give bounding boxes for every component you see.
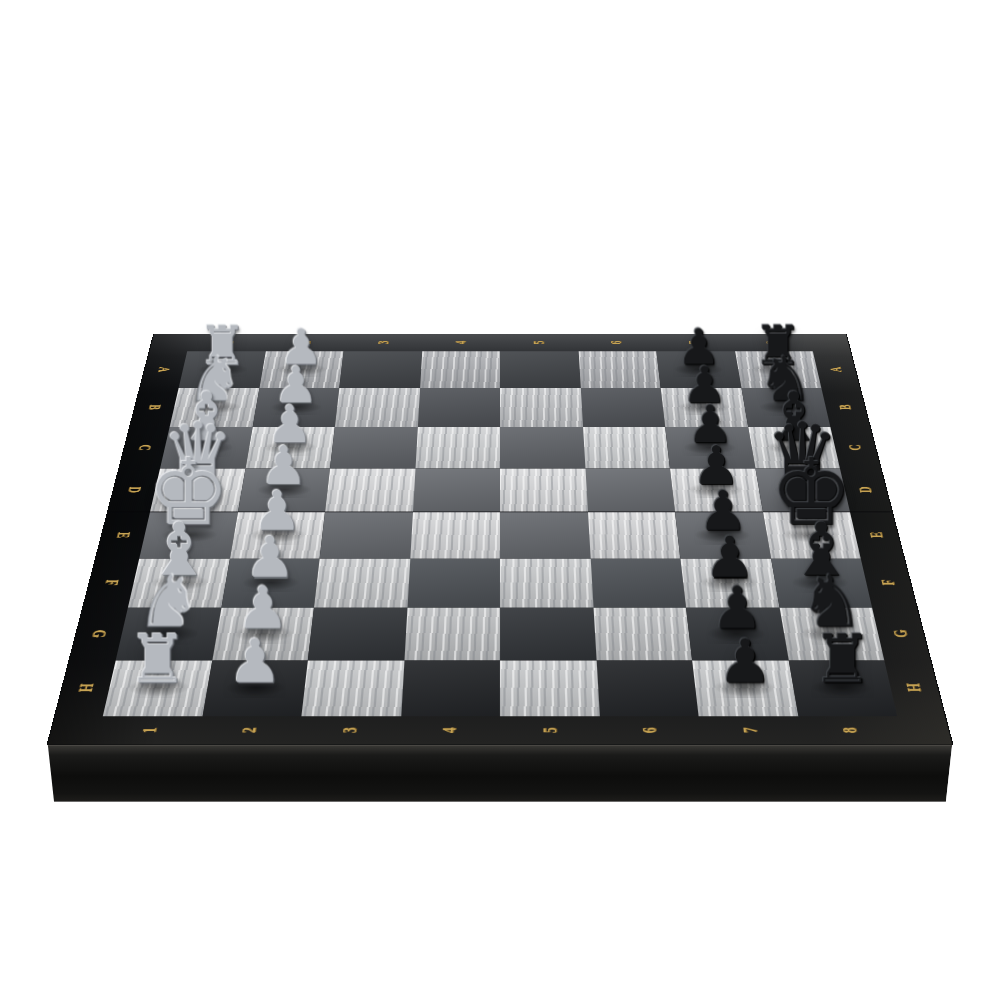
right-rail-letter-A: A [826,367,845,372]
front-rail-number-2: 2 [238,727,262,733]
square-a4 [420,351,500,388]
far-rail-number-6: 6 [608,341,626,344]
square-f5 [500,558,593,607]
front-rail-number-1: 1 [138,727,162,733]
square-b5 [500,388,583,427]
front-rail-number-4: 4 [438,727,461,733]
far-rail-number-7: 7 [685,341,703,344]
product-photo-scene: ♜♟♟♜♞♟♟♞♝♟♟♝♛♟♟♛♚♟♟♚♝♟♟♝♞♟♟♞♜♟♟♜ AA11BB2… [0,0,1000,1000]
far-rail-number-5: 5 [530,341,548,344]
square-c4 [415,427,500,468]
board-top-face: ♜♟♟♜♞♟♟♞♝♟♟♝♛♟♟♛♚♟♟♚♝♟♟♝♞♟♟♞♜♟♟♜ AA11BB2… [48,334,952,744]
chess-grid: ♜♟♟♜♞♟♟♞♝♟♟♝♛♟♟♛♚♟♟♚♝♟♟♝♞♟♟♞♜♟♟♜ [103,351,897,716]
piece-glyph: ♜ [776,625,910,692]
far-rail-number-4: 4 [452,341,470,344]
square-d5 [500,468,588,512]
far-rail-number-3: 3 [374,341,392,344]
square-h4 [401,660,500,716]
left-rail-letter-B: B [145,405,165,410]
front-rail-number-5: 5 [539,727,562,733]
square-h2: ♟ [202,660,308,716]
square-c5 [500,427,585,468]
far-rail-number-1: 1 [219,341,237,344]
square-g4 [404,608,500,661]
front-rail-number-7: 7 [738,727,762,733]
square-b4 [417,388,500,427]
right-rail-letter-B: B [835,405,855,410]
square-h8: ♜ [788,660,897,716]
left-rail-letter-A: A [154,367,173,372]
far-rail-number-2: 2 [297,341,315,344]
square-a5 [500,351,580,388]
square-f4 [407,558,500,607]
square-g5 [500,608,596,661]
square-e5 [500,512,590,558]
board-base-front-side [48,745,952,802]
square-d4 [413,468,501,512]
square-h5 [500,660,599,716]
chess-board-3d: ♜♟♟♜♞♟♟♞♝♟♟♝♛♟♟♛♚♟♟♚♝♟♟♝♞♟♟♞♜♟♟♜ AA11BB2… [48,334,952,744]
square-e4 [410,512,500,558]
front-rail-number-8: 8 [838,727,862,733]
front-rail-number-3: 3 [338,727,361,733]
piece-glyph: ♟ [188,632,322,692]
front-rail-number-6: 6 [639,727,662,733]
far-rail-number-8: 8 [763,341,781,344]
